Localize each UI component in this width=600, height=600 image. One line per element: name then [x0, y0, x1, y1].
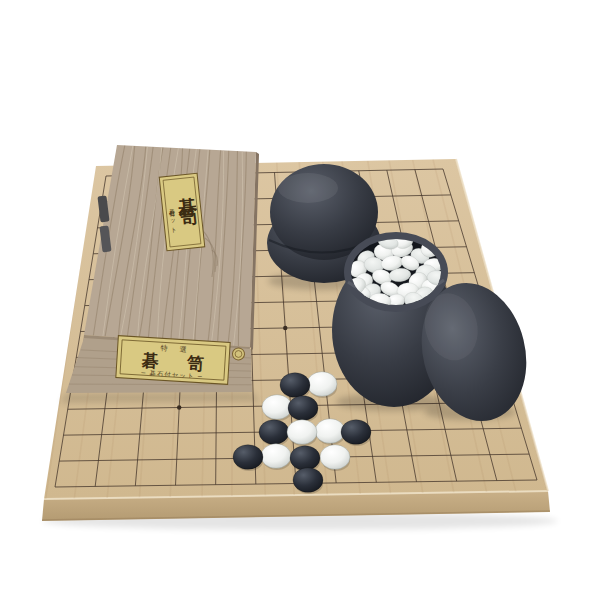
- black-stone: [280, 373, 310, 398]
- black-stone: [341, 420, 371, 445]
- white-stone: [287, 420, 317, 445]
- go-set-product-photo: 碁石付セット 碁笥 特選 碁笥 碁石付セット: [0, 0, 600, 600]
- white-stone: [261, 444, 291, 469]
- box-shadow: [60, 392, 260, 403]
- black-stone: [293, 468, 323, 493]
- closed-bowl-highlight: [278, 173, 338, 203]
- star-point: [283, 326, 287, 330]
- box-top-label: 碁石付セット 碁笥: [159, 173, 205, 251]
- white-stone: [307, 372, 337, 397]
- white-stone: [320, 445, 350, 470]
- black-stone: [259, 420, 289, 445]
- white-stone: [262, 395, 292, 420]
- star-point: [177, 405, 181, 409]
- maker-seal: [232, 348, 245, 361]
- box-front-label: 特選 碁笥 碁石付セット: [116, 336, 230, 385]
- black-stone: [290, 446, 320, 471]
- white-stone: [315, 419, 345, 444]
- black-stone: [288, 396, 318, 421]
- black-stone: [233, 445, 263, 470]
- top-label-side-text: 碁石付セット: [166, 204, 178, 231]
- scene-svg: 碁石付セット 碁笥 特選 碁笥 碁石付セット: [0, 0, 600, 600]
